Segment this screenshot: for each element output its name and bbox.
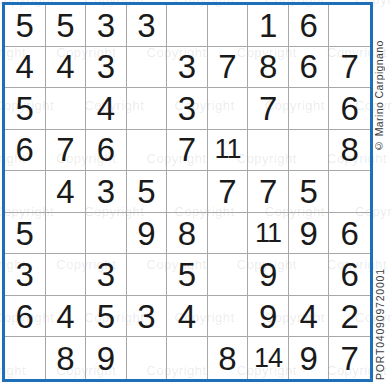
cell-r3c7[interactable]: 7 bbox=[248, 88, 289, 130]
cell-r5c1[interactable] bbox=[5, 171, 46, 213]
cell-r7c3[interactable]: 3 bbox=[86, 254, 127, 296]
cell-r1c2[interactable]: 5 bbox=[46, 5, 87, 47]
cell-r5c3[interactable]: 3 bbox=[86, 171, 127, 213]
cell-r5c2[interactable]: 4 bbox=[46, 171, 87, 213]
cell-r4c4[interactable] bbox=[127, 130, 168, 172]
cell-r7c8[interactable] bbox=[289, 254, 330, 296]
cell-r8c7[interactable]: 9 bbox=[248, 296, 289, 338]
cell-r1c6[interactable] bbox=[208, 5, 249, 47]
cell-r1c8[interactable]: 6 bbox=[289, 5, 330, 47]
cell-r9c2[interactable]: 8 bbox=[46, 337, 87, 379]
cell-r5c8[interactable]: 5 bbox=[289, 171, 330, 213]
cell-r8c5[interactable]: 4 bbox=[167, 296, 208, 338]
cell-r9c8[interactable]: 9 bbox=[289, 337, 330, 379]
cell-r6c2[interactable] bbox=[46, 213, 87, 255]
cell-r1c3[interactable]: 3 bbox=[86, 5, 127, 47]
cell-r3c3[interactable]: 4 bbox=[86, 88, 127, 130]
cell-r6c9[interactable]: 6 bbox=[329, 213, 370, 255]
cell-r1c9[interactable] bbox=[329, 5, 370, 47]
cell-r4c6[interactable]: 11 bbox=[208, 130, 249, 172]
cell-r9c1[interactable] bbox=[5, 337, 46, 379]
cell-r4c2[interactable]: 7 bbox=[46, 130, 87, 172]
cell-r3c9[interactable]: 6 bbox=[329, 88, 370, 130]
cell-r6c3[interactable] bbox=[86, 213, 127, 255]
cell-r2c8[interactable]: 6 bbox=[289, 47, 330, 89]
cell-r2c9[interactable]: 7 bbox=[329, 47, 370, 89]
cell-r9c3[interactable]: 9 bbox=[86, 337, 127, 379]
cell-r6c6[interactable] bbox=[208, 213, 249, 255]
cell-r8c9[interactable]: 2 bbox=[329, 296, 370, 338]
cell-r1c1[interactable]: 5 bbox=[5, 5, 46, 47]
copyright-credit: © Marino Carpignano bbox=[373, 6, 390, 152]
cell-r3c8[interactable] bbox=[289, 88, 330, 130]
cell-r8c8[interactable]: 4 bbox=[289, 296, 330, 338]
cell-r3c6[interactable] bbox=[208, 88, 249, 130]
cell-r9c7[interactable]: 14 bbox=[248, 337, 289, 379]
cell-r4c9[interactable]: 8 bbox=[329, 130, 370, 172]
cell-r5c6[interactable]: 7 bbox=[208, 171, 249, 213]
cell-r2c7[interactable]: 8 bbox=[248, 47, 289, 89]
cell-r8c6[interactable] bbox=[208, 296, 249, 338]
cell-r4c1[interactable]: 6 bbox=[5, 130, 46, 172]
cell-r3c1[interactable]: 5 bbox=[5, 88, 46, 130]
cell-r4c5[interactable]: 7 bbox=[167, 130, 208, 172]
cell-r7c1[interactable]: 3 bbox=[5, 254, 46, 296]
cell-r6c8[interactable]: 9 bbox=[289, 213, 330, 255]
cell-r9c6[interactable]: 8 bbox=[208, 337, 249, 379]
cell-r2c1[interactable]: 4 bbox=[5, 47, 46, 89]
cell-r8c3[interactable]: 5 bbox=[86, 296, 127, 338]
cell-r5c5[interactable] bbox=[167, 171, 208, 213]
cell-r1c5[interactable] bbox=[167, 5, 208, 47]
image-code: PORT040909720001 bbox=[374, 234, 390, 380]
cell-r6c7[interactable]: 11 bbox=[248, 213, 289, 255]
cell-r8c4[interactable]: 3 bbox=[127, 296, 168, 338]
cell-r8c1[interactable]: 6 bbox=[5, 296, 46, 338]
cell-r2c4[interactable] bbox=[127, 47, 168, 89]
cell-r8c2[interactable]: 4 bbox=[46, 296, 87, 338]
cell-r5c4[interactable]: 5 bbox=[127, 171, 168, 213]
cell-r2c3[interactable]: 3 bbox=[86, 47, 127, 89]
cell-r7c4[interactable] bbox=[127, 254, 168, 296]
cell-r2c6[interactable]: 7 bbox=[208, 47, 249, 89]
cell-r4c3[interactable]: 6 bbox=[86, 130, 127, 172]
cell-r1c7[interactable]: 1 bbox=[248, 5, 289, 47]
cell-r3c2[interactable] bbox=[46, 88, 87, 130]
cell-r2c5[interactable]: 3 bbox=[167, 47, 208, 89]
cell-r9c5[interactable] bbox=[167, 337, 208, 379]
cell-r3c4[interactable] bbox=[127, 88, 168, 130]
cell-r3c5[interactable]: 3 bbox=[167, 88, 208, 130]
cell-r7c5[interactable]: 5 bbox=[167, 254, 208, 296]
cell-r9c9[interactable]: 7 bbox=[329, 337, 370, 379]
cell-r4c8[interactable] bbox=[289, 130, 330, 172]
cell-r2c2[interactable]: 4 bbox=[46, 47, 87, 89]
cell-r6c4[interactable]: 9 bbox=[127, 213, 168, 255]
cell-r6c1[interactable]: 5 bbox=[5, 213, 46, 255]
cell-r5c9[interactable] bbox=[329, 171, 370, 213]
cell-r7c7[interactable]: 9 bbox=[248, 254, 289, 296]
cell-r5c7[interactable]: 7 bbox=[248, 171, 289, 213]
cell-r7c9[interactable]: 6 bbox=[329, 254, 370, 296]
puzzle-board: 5533164433786754376676711843577559811963… bbox=[2, 2, 373, 382]
cell-r9c4[interactable] bbox=[127, 337, 168, 379]
cell-r4c7[interactable] bbox=[248, 130, 289, 172]
cell-r1c4[interactable]: 3 bbox=[127, 5, 168, 47]
cell-r7c6[interactable] bbox=[208, 254, 249, 296]
cell-r6c5[interactable]: 8 bbox=[167, 213, 208, 255]
cell-r7c2[interactable] bbox=[46, 254, 87, 296]
